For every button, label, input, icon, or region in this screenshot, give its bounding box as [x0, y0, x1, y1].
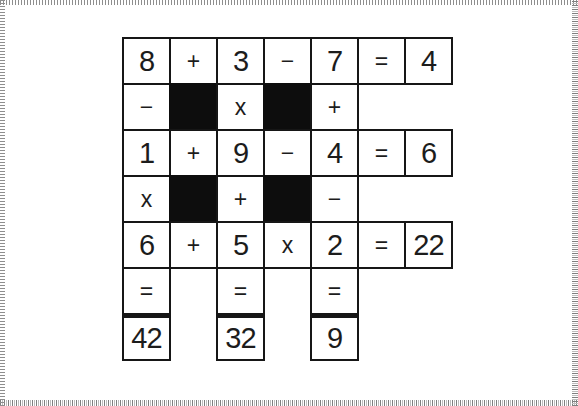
cell-r5c5: 2: [310, 221, 359, 269]
cell-number: 22: [413, 231, 443, 260]
blocked-cell-r4c2: [169, 175, 218, 223]
cell-number: 6: [421, 139, 436, 168]
empty-r4c7: [404, 175, 453, 223]
cell-number: 4: [327, 139, 342, 168]
cell-r3c4: −: [263, 129, 312, 177]
cell-r1c7: 4: [404, 37, 453, 85]
cell-r7c3: 32: [216, 313, 265, 361]
cell-r5c4: x: [263, 221, 312, 269]
cell-number: 7: [327, 47, 342, 76]
empty-r7c2: [169, 313, 218, 361]
cell-r3c7: 6: [404, 129, 453, 177]
cell-number: 9: [233, 139, 248, 168]
cell-operator: =: [234, 280, 247, 303]
empty-r7c6: [357, 313, 406, 361]
empty-r4c6: [357, 175, 406, 223]
empty-r7c7: [404, 313, 453, 361]
cell-number: 32: [225, 324, 255, 353]
scan-border-left: [0, 0, 5, 406]
cell-operator: +: [234, 188, 247, 211]
cell-number: 1: [139, 139, 154, 168]
empty-r6c7: [404, 267, 453, 315]
cell-operator: −: [328, 188, 341, 211]
cell-operator: +: [187, 142, 200, 165]
empty-r6c6: [357, 267, 406, 315]
cell-operator: −: [281, 142, 294, 165]
cell-r6c3: =: [216, 267, 265, 315]
cell-r1c6: =: [357, 37, 406, 85]
cell-r6c1: =: [122, 267, 171, 315]
scan-border-right: [572, 0, 578, 406]
cell-operator: +: [187, 50, 200, 73]
empty-r7c4: [263, 313, 312, 361]
cell-operator: x: [282, 234, 294, 257]
cell-operator: x: [141, 188, 153, 211]
cell-number: 9: [327, 324, 342, 353]
cell-r4c5: −: [310, 175, 359, 223]
scan-border-bottom: [0, 400, 578, 406]
cell-number: 4: [421, 47, 436, 76]
blocked-cell-r4c4: [263, 175, 312, 223]
cell-r6c5: =: [310, 267, 359, 315]
cell-r3c2: +: [169, 129, 218, 177]
cell-r1c4: −: [263, 37, 312, 85]
blocked-cell-r2c4: [263, 83, 312, 131]
cell-operator: =: [375, 142, 388, 165]
cell-number: 8: [139, 47, 154, 76]
cell-r3c6: =: [357, 129, 406, 177]
empty-r6c4: [263, 267, 312, 315]
cell-r2c1: −: [122, 83, 171, 131]
cell-r1c3: 3: [216, 37, 265, 85]
cell-operator: x: [235, 96, 247, 119]
cell-r1c2: +: [169, 37, 218, 85]
cell-operator: =: [328, 280, 341, 303]
cell-r4c3: +: [216, 175, 265, 223]
empty-r6c2: [169, 267, 218, 315]
blocked-cell-r2c2: [169, 83, 218, 131]
cell-r4c1: x: [122, 175, 171, 223]
cell-operator: −: [281, 50, 294, 73]
cell-r5c2: +: [169, 221, 218, 269]
cell-r2c3: x: [216, 83, 265, 131]
empty-r2c7: [404, 83, 453, 131]
empty-r2c6: [357, 83, 406, 131]
cell-r5c1: 6: [122, 221, 171, 269]
cell-operator: =: [140, 280, 153, 303]
cell-operator: =: [375, 234, 388, 257]
cell-number: 5: [233, 231, 248, 260]
cell-operator: −: [140, 96, 153, 119]
cell-operator: +: [187, 234, 200, 257]
cell-number: 6: [139, 231, 154, 260]
cell-r3c1: 1: [122, 129, 171, 177]
cell-number: 42: [131, 324, 161, 353]
cell-r2c5: +: [310, 83, 359, 131]
cell-r1c5: 7: [310, 37, 359, 85]
cell-r5c7: 22: [404, 221, 453, 269]
cell-r1c1: 8: [122, 37, 171, 85]
cell-r3c3: 9: [216, 129, 265, 177]
cell-r5c3: 5: [216, 221, 265, 269]
scan-border-top: [0, 0, 578, 5]
puzzle-grid: 8+3−7=4−x+1+9−4=6x+−6+5x2=22===42329: [123, 38, 452, 360]
cell-r3c5: 4: [310, 129, 359, 177]
cell-r5c6: =: [357, 221, 406, 269]
cell-r7c5: 9: [310, 313, 359, 361]
cell-number: 3: [233, 47, 248, 76]
cell-number: 2: [327, 231, 342, 260]
cell-r7c1: 42: [122, 313, 171, 361]
cell-operator: =: [375, 50, 388, 73]
cell-operator: +: [328, 96, 341, 119]
